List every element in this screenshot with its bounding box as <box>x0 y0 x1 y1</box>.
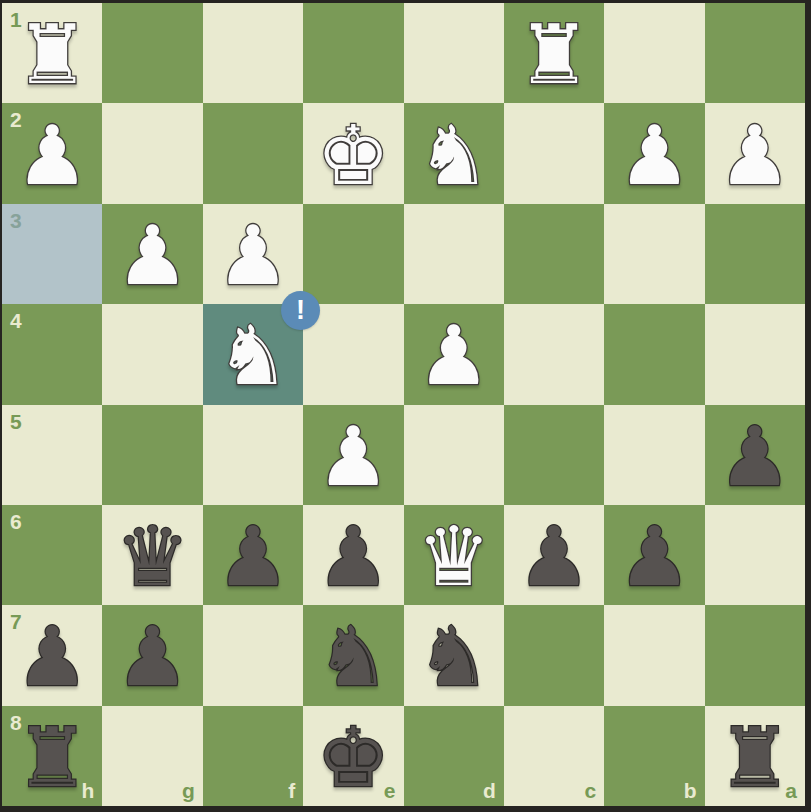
square-h4[interactable]: 4 <box>2 304 102 404</box>
square-b3[interactable] <box>604 204 704 304</box>
square-a3[interactable] <box>705 204 805 304</box>
white-pawn[interactable]: ♟ <box>216 215 290 297</box>
rank-label-5: 5 <box>10 411 22 432</box>
white-pawn[interactable]: ♟ <box>618 115 692 197</box>
square-d5[interactable] <box>404 405 504 505</box>
rank-label-3: 3 <box>10 210 22 231</box>
square-f2[interactable] <box>203 103 303 203</box>
square-g2[interactable] <box>102 103 202 203</box>
square-d8[interactable]: d <box>404 706 504 806</box>
square-d6[interactable]: ♛ <box>404 505 504 605</box>
white-rook[interactable]: ♜ <box>15 14 89 96</box>
file-label-e: e <box>384 780 396 801</box>
square-e5[interactable]: ♟ <box>303 405 403 505</box>
square-h8[interactable]: 8h♜ <box>2 706 102 806</box>
black-pawn[interactable]: ♟ <box>618 516 692 598</box>
square-d2[interactable]: ♞ <box>404 103 504 203</box>
file-label-c: c <box>585 780 597 801</box>
square-c1[interactable]: ♜ <box>504 3 604 103</box>
square-e2[interactable]: ♚ <box>303 103 403 203</box>
rank-label-2: 2 <box>10 109 22 130</box>
square-c2[interactable] <box>504 103 604 203</box>
square-c3[interactable] <box>504 204 604 304</box>
square-f6[interactable]: ♟ <box>203 505 303 605</box>
square-g6[interactable]: ♛ <box>102 505 202 605</box>
square-h5[interactable]: 5 <box>2 405 102 505</box>
file-label-b: b <box>684 780 697 801</box>
file-label-f: f <box>288 780 295 801</box>
square-a5[interactable]: ♟ <box>705 405 805 505</box>
square-a2[interactable]: ♟ <box>705 103 805 203</box>
rank-label-4: 4 <box>10 310 22 331</box>
rank-label-6: 6 <box>10 511 22 532</box>
square-a4[interactable] <box>705 304 805 404</box>
square-b7[interactable] <box>604 605 704 705</box>
white-king[interactable]: ♚ <box>317 115 391 197</box>
square-b6[interactable]: ♟ <box>604 505 704 605</box>
rank-label-7: 7 <box>10 611 22 632</box>
square-e1[interactable] <box>303 3 403 103</box>
square-e4[interactable] <box>303 304 403 404</box>
square-b2[interactable]: ♟ <box>604 103 704 203</box>
great-move-badge: ! <box>281 291 320 330</box>
black-pawn[interactable]: ♟ <box>317 516 391 598</box>
black-knight[interactable]: ♞ <box>417 616 491 698</box>
white-knight[interactable]: ♞ <box>216 315 290 397</box>
square-c7[interactable] <box>504 605 604 705</box>
square-f1[interactable] <box>203 3 303 103</box>
white-knight[interactable]: ♞ <box>417 115 491 197</box>
black-rook[interactable]: ♜ <box>15 717 89 799</box>
square-b1[interactable] <box>604 3 704 103</box>
black-pawn[interactable]: ♟ <box>15 616 89 698</box>
square-d3[interactable] <box>404 204 504 304</box>
rank-label-1: 1 <box>10 9 22 30</box>
black-rook[interactable]: ♜ <box>718 717 792 799</box>
black-pawn[interactable]: ♟ <box>517 516 591 598</box>
square-h7[interactable]: 7♟ <box>2 605 102 705</box>
white-queen[interactable]: ♛ <box>417 516 491 598</box>
square-f5[interactable] <box>203 405 303 505</box>
square-g7[interactable]: ♟ <box>102 605 202 705</box>
black-pawn[interactable]: ♟ <box>216 516 290 598</box>
square-b4[interactable] <box>604 304 704 404</box>
black-pawn[interactable]: ♟ <box>718 416 792 498</box>
square-g5[interactable] <box>102 405 202 505</box>
square-c6[interactable]: ♟ <box>504 505 604 605</box>
square-b8[interactable]: b <box>604 706 704 806</box>
square-d4[interactable]: ♟ <box>404 304 504 404</box>
square-e6[interactable]: ♟ <box>303 505 403 605</box>
square-g4[interactable] <box>102 304 202 404</box>
square-a6[interactable] <box>705 505 805 605</box>
square-e7[interactable]: ♞ <box>303 605 403 705</box>
black-knight[interactable]: ♞ <box>317 616 391 698</box>
square-d1[interactable] <box>404 3 504 103</box>
white-pawn[interactable]: ♟ <box>718 115 792 197</box>
black-pawn[interactable]: ♟ <box>116 616 190 698</box>
file-label-a: a <box>785 780 797 801</box>
white-pawn[interactable]: ♟ <box>417 315 491 397</box>
square-a7[interactable] <box>705 605 805 705</box>
square-f3[interactable]: ♟ <box>203 204 303 304</box>
square-a1[interactable] <box>705 3 805 103</box>
white-pawn[interactable]: ♟ <box>116 215 190 297</box>
square-h6[interactable]: 6 <box>2 505 102 605</box>
square-h3[interactable]: 3 <box>2 204 102 304</box>
file-label-d: d <box>483 780 496 801</box>
white-rook[interactable]: ♜ <box>517 14 591 96</box>
square-c8[interactable]: c <box>504 706 604 806</box>
square-b5[interactable] <box>604 405 704 505</box>
chess-board: 1♜♜2♟♚♞♟♟3♟♟4♞♟5♟♟6♛♟♟♛♟♟7♟♟♞♞8h♜gfe♚dcb… <box>2 3 805 806</box>
square-a8[interactable]: a♜ <box>705 706 805 806</box>
file-label-h: h <box>82 780 95 801</box>
square-g8[interactable]: g <box>102 706 202 806</box>
black-queen[interactable]: ♛ <box>116 516 190 598</box>
square-h1[interactable]: 1♜ <box>2 3 102 103</box>
square-c5[interactable] <box>504 405 604 505</box>
white-pawn[interactable]: ♟ <box>317 416 391 498</box>
square-g3[interactable]: ♟ <box>102 204 202 304</box>
file-label-g: g <box>182 780 195 801</box>
square-e3[interactable] <box>303 204 403 304</box>
square-f7[interactable] <box>203 605 303 705</box>
square-f8[interactable]: f <box>203 706 303 806</box>
black-king[interactable]: ♚ <box>317 717 391 799</box>
square-g1[interactable] <box>102 3 202 103</box>
square-d7[interactable]: ♞ <box>404 605 504 705</box>
square-c4[interactable] <box>504 304 604 404</box>
rank-label-8: 8 <box>10 712 22 733</box>
square-h2[interactable]: 2♟ <box>2 103 102 203</box>
square-e8[interactable]: e♚ <box>303 706 403 806</box>
white-pawn[interactable]: ♟ <box>15 115 89 197</box>
